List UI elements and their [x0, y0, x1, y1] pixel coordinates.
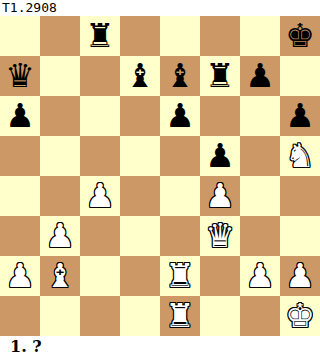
square-a2[interactable]: ♟	[0, 256, 40, 296]
square-a6[interactable]: ♟	[0, 96, 40, 136]
square-b8[interactable]	[40, 16, 80, 56]
black-queen: ♛	[5, 56, 35, 96]
square-d5[interactable]	[120, 136, 160, 176]
square-f4[interactable]: ♟	[200, 176, 240, 216]
square-a8[interactable]	[0, 16, 40, 56]
black-pawn: ♟	[285, 96, 315, 136]
square-e6[interactable]: ♟	[160, 96, 200, 136]
black-pawn: ♟	[165, 96, 195, 136]
square-f1[interactable]	[200, 296, 240, 336]
square-d2[interactable]	[120, 256, 160, 296]
chess-puzzle-page: T1.2908 ♜♚♛♝♝♜♟♟♟♟♟♞♟♟♟♛♟♝♜♟♟♜♚ 1. ?	[0, 0, 320, 360]
square-e1[interactable]: ♜	[160, 296, 200, 336]
square-h6[interactable]: ♟	[280, 96, 320, 136]
white-pawn: ♟	[85, 176, 115, 216]
square-c2[interactable]	[80, 256, 120, 296]
square-c3[interactable]	[80, 216, 120, 256]
black-pawn: ♟	[5, 96, 35, 136]
square-b7[interactable]	[40, 56, 80, 96]
white-bishop: ♝	[45, 256, 75, 296]
square-b4[interactable]	[40, 176, 80, 216]
black-king: ♚	[285, 16, 315, 56]
square-a4[interactable]	[0, 176, 40, 216]
white-pawn: ♟	[45, 216, 75, 256]
square-e4[interactable]	[160, 176, 200, 216]
square-d8[interactable]	[120, 16, 160, 56]
square-f2[interactable]	[200, 256, 240, 296]
square-f5[interactable]: ♟	[200, 136, 240, 176]
black-bishop: ♝	[125, 56, 155, 96]
square-d6[interactable]	[120, 96, 160, 136]
square-g5[interactable]	[240, 136, 280, 176]
square-e2[interactable]: ♜	[160, 256, 200, 296]
square-a5[interactable]	[0, 136, 40, 176]
square-h8[interactable]: ♚	[280, 16, 320, 56]
square-c7[interactable]	[80, 56, 120, 96]
square-g3[interactable]	[240, 216, 280, 256]
square-g1[interactable]	[240, 296, 280, 336]
square-d1[interactable]	[120, 296, 160, 336]
square-h7[interactable]	[280, 56, 320, 96]
square-c6[interactable]	[80, 96, 120, 136]
square-f7[interactable]: ♜	[200, 56, 240, 96]
white-pawn: ♟	[285, 256, 315, 296]
square-e7[interactable]: ♝	[160, 56, 200, 96]
square-b6[interactable]	[40, 96, 80, 136]
white-knight: ♞	[285, 136, 315, 176]
square-c1[interactable]	[80, 296, 120, 336]
square-g7[interactable]: ♟	[240, 56, 280, 96]
square-b3[interactable]: ♟	[40, 216, 80, 256]
square-f8[interactable]	[200, 16, 240, 56]
white-pawn: ♟	[5, 256, 35, 296]
square-g8[interactable]	[240, 16, 280, 56]
white-rook: ♜	[165, 296, 195, 336]
square-c5[interactable]	[80, 136, 120, 176]
square-g6[interactable]	[240, 96, 280, 136]
square-a3[interactable]	[0, 216, 40, 256]
square-e5[interactable]	[160, 136, 200, 176]
square-d7[interactable]: ♝	[120, 56, 160, 96]
square-a7[interactable]: ♛	[0, 56, 40, 96]
black-rook: ♜	[85, 16, 115, 56]
square-f6[interactable]	[200, 96, 240, 136]
square-a1[interactable]	[0, 296, 40, 336]
square-b1[interactable]	[40, 296, 80, 336]
square-c4[interactable]: ♟	[80, 176, 120, 216]
square-f3[interactable]: ♛	[200, 216, 240, 256]
white-pawn: ♟	[245, 256, 275, 296]
square-e3[interactable]	[160, 216, 200, 256]
white-queen: ♛	[205, 216, 235, 256]
square-h5[interactable]: ♞	[280, 136, 320, 176]
move-prompt: 1. ?	[0, 336, 320, 360]
square-e8[interactable]	[160, 16, 200, 56]
square-h2[interactable]: ♟	[280, 256, 320, 296]
black-pawn: ♟	[245, 56, 275, 96]
square-d3[interactable]	[120, 216, 160, 256]
white-rook: ♜	[165, 256, 195, 296]
square-h3[interactable]	[280, 216, 320, 256]
black-rook: ♜	[205, 56, 235, 96]
white-king: ♚	[285, 296, 315, 336]
black-bishop: ♝	[165, 56, 195, 96]
square-d4[interactable]	[120, 176, 160, 216]
square-b5[interactable]	[40, 136, 80, 176]
square-h4[interactable]	[280, 176, 320, 216]
square-g2[interactable]: ♟	[240, 256, 280, 296]
square-b2[interactable]: ♝	[40, 256, 80, 296]
white-pawn: ♟	[205, 176, 235, 216]
puzzle-id: T1.2908	[0, 0, 320, 16]
square-g4[interactable]	[240, 176, 280, 216]
square-c8[interactable]: ♜	[80, 16, 120, 56]
square-h1[interactable]: ♚	[280, 296, 320, 336]
chess-board: ♜♚♛♝♝♜♟♟♟♟♟♞♟♟♟♛♟♝♜♟♟♜♚	[0, 16, 320, 336]
black-pawn: ♟	[205, 136, 235, 176]
